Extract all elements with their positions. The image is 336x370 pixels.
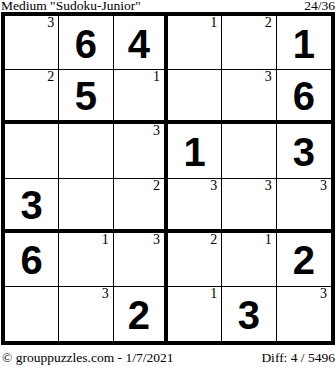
- cell-r2c2[interactable]: 5: [59, 70, 113, 124]
- pencil-mark: 3: [47, 16, 54, 30]
- cell-r3c4[interactable]: 1: [168, 124, 222, 178]
- cell-r4c1[interactable]: 3: [5, 179, 59, 233]
- cell-r2c3[interactable]: 1: [114, 70, 168, 124]
- pencil-mark: 1: [102, 233, 109, 247]
- cell-r1c6[interactable]: 1: [277, 16, 331, 70]
- pencil-mark: 3: [153, 233, 160, 247]
- pencil-mark: 3: [210, 179, 217, 193]
- pencil-mark: 2: [210, 233, 217, 247]
- pencil-mark: 3: [265, 179, 272, 193]
- cell-r6c6[interactable]: 3: [277, 287, 331, 341]
- cell-r3c2[interactable]: [59, 124, 113, 178]
- cell-r5c6[interactable]: 2: [277, 233, 331, 287]
- pencil-mark: 3: [102, 287, 109, 301]
- cell-r6c1[interactable]: [5, 287, 59, 341]
- given-digit: 1: [184, 130, 206, 172]
- cell-r1c2[interactable]: 6: [59, 16, 113, 70]
- sudoku-grid: 364121251363133233361321232133: [1, 12, 335, 345]
- cell-r2c4[interactable]: [168, 70, 222, 124]
- given-digit: 6: [21, 238, 43, 280]
- cell-r4c4[interactable]: 3: [168, 179, 222, 233]
- cell-r6c2[interactable]: 3: [59, 287, 113, 341]
- given-digit: 4: [128, 22, 150, 64]
- given-digit: 2: [128, 293, 150, 335]
- cell-r4c6[interactable]: 3: [277, 179, 331, 233]
- cell-r4c5[interactable]: 3: [222, 179, 276, 233]
- pencil-mark: 1: [210, 16, 217, 30]
- given-digit: 1: [293, 22, 315, 64]
- pencil-mark: 3: [265, 70, 272, 84]
- cell-r1c3[interactable]: 4: [114, 16, 168, 70]
- cell-r5c4[interactable]: 2: [168, 233, 222, 287]
- cell-r3c1[interactable]: [5, 124, 59, 178]
- puzzle-title: Medium "Sudoku-Junior": [1, 0, 141, 12]
- given-digit: 6: [75, 22, 97, 64]
- pencil-mark: 3: [320, 287, 327, 301]
- cell-r5c5[interactable]: 1: [222, 233, 276, 287]
- pencil-mark: 1: [153, 70, 160, 84]
- copyright-credit: © grouppuzzles.com - 1/7/2021: [2, 351, 173, 365]
- pencil-mark: 1: [265, 233, 272, 247]
- cell-r1c5[interactable]: 2: [222, 16, 276, 70]
- pencil-mark: 2: [47, 70, 54, 84]
- cell-r3c6[interactable]: 3: [277, 124, 331, 178]
- given-digit: 3: [21, 183, 43, 225]
- cell-r4c3[interactable]: 2: [114, 179, 168, 233]
- cell-r2c6[interactable]: 6: [277, 70, 331, 124]
- pencil-mark: 2: [153, 179, 160, 193]
- cell-r5c2[interactable]: 1: [59, 233, 113, 287]
- given-digit: 6: [293, 74, 315, 116]
- given-digit: 3: [293, 130, 315, 172]
- cell-r1c1[interactable]: 3: [5, 16, 59, 70]
- cell-r6c3[interactable]: 2: [114, 287, 168, 341]
- cell-r3c3[interactable]: 3: [114, 124, 168, 178]
- puzzle-counter: 24/36: [304, 0, 335, 12]
- cell-r6c4[interactable]: 1: [168, 287, 222, 341]
- given-digit: 3: [238, 293, 260, 335]
- cell-r2c5[interactable]: 3: [222, 70, 276, 124]
- cell-r4c2[interactable]: [59, 179, 113, 233]
- pencil-mark: 3: [320, 179, 327, 193]
- cell-r6c5[interactable]: 3: [222, 287, 276, 341]
- given-digit: 5: [75, 74, 97, 116]
- pencil-mark: 2: [265, 16, 272, 30]
- pencil-mark: 3: [153, 124, 160, 138]
- cell-r1c4[interactable]: 1: [168, 16, 222, 70]
- given-digit: 2: [293, 238, 315, 280]
- difficulty-label: Diff: 4 / 5496: [261, 351, 335, 365]
- cell-r5c3[interactable]: 3: [114, 233, 168, 287]
- cell-r2c1[interactable]: 2: [5, 70, 59, 124]
- cell-r5c1[interactable]: 6: [5, 233, 59, 287]
- pencil-mark: 1: [210, 287, 217, 301]
- cell-r3c5[interactable]: [222, 124, 276, 178]
